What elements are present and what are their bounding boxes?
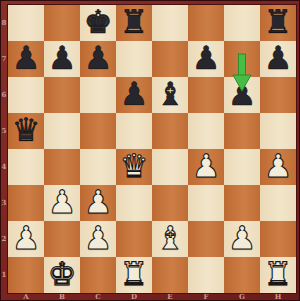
piece-white-king-b1[interactable]: ♚: [44, 257, 80, 293]
piece-white-bishop-e2[interactable]: ♝: [152, 221, 188, 257]
square-h3[interactable]: [260, 185, 296, 221]
file-label-h: H: [273, 293, 283, 301]
square-e1[interactable]: [152, 257, 188, 293]
square-g4[interactable]: [224, 149, 260, 185]
square-a6[interactable]: [8, 77, 44, 113]
square-b7[interactable]: ♟: [44, 41, 80, 77]
square-e2[interactable]: ♝: [152, 221, 188, 257]
rank-label-8: 8: [0, 19, 8, 27]
square-e7[interactable]: [152, 41, 188, 77]
piece-black-pawn-d6[interactable]: ♟: [116, 77, 152, 113]
square-h7[interactable]: ♟: [260, 41, 296, 77]
square-a8[interactable]: [8, 5, 44, 41]
square-f2[interactable]: [188, 221, 224, 257]
square-a4[interactable]: [8, 149, 44, 185]
rank-label-7: 7: [0, 55, 8, 63]
square-d6[interactable]: ♟: [116, 77, 152, 113]
chess-board: ♚♜♜♟♟♟♟♟♟♝♟♛♛♟♟♟♟♟♟♝♟♚♜♜: [8, 5, 296, 293]
file-label-g: G: [237, 293, 247, 301]
piece-black-pawn-b7[interactable]: ♟: [44, 41, 80, 77]
square-d4[interactable]: ♛: [116, 149, 152, 185]
square-c4[interactable]: [80, 149, 116, 185]
square-c7[interactable]: ♟: [80, 41, 116, 77]
square-b8[interactable]: [44, 5, 80, 41]
square-h1[interactable]: ♜: [260, 257, 296, 293]
square-g6[interactable]: ♟: [224, 77, 260, 113]
rank-label-5: 5: [0, 127, 8, 135]
square-d5[interactable]: [116, 113, 152, 149]
square-a3[interactable]: [8, 185, 44, 221]
square-f3[interactable]: [188, 185, 224, 221]
square-b3[interactable]: ♟: [44, 185, 80, 221]
square-d3[interactable]: [116, 185, 152, 221]
square-a1[interactable]: [8, 257, 44, 293]
square-b4[interactable]: [44, 149, 80, 185]
square-f5[interactable]: [188, 113, 224, 149]
square-h6[interactable]: [260, 77, 296, 113]
square-e4[interactable]: [152, 149, 188, 185]
square-a5[interactable]: ♛: [8, 113, 44, 149]
square-c2[interactable]: ♟: [80, 221, 116, 257]
piece-white-pawn-g2[interactable]: ♟: [224, 221, 260, 257]
square-e3[interactable]: [152, 185, 188, 221]
file-label-f: F: [201, 293, 211, 301]
piece-white-pawn-b3[interactable]: ♟: [44, 185, 80, 221]
square-c3[interactable]: ♟: [80, 185, 116, 221]
square-a2[interactable]: ♟: [8, 221, 44, 257]
square-c6[interactable]: [80, 77, 116, 113]
rank-label-3: 3: [0, 199, 8, 207]
board-frame: ♚♜♜♟♟♟♟♟♟♝♟♛♛♟♟♟♟♟♟♝♟♚♜♜ 87654321ABCDEFG…: [0, 0, 300, 301]
square-g2[interactable]: ♟: [224, 221, 260, 257]
square-f8[interactable]: [188, 5, 224, 41]
rank-label-6: 6: [0, 91, 8, 99]
square-b5[interactable]: [44, 113, 80, 149]
square-h2[interactable]: [260, 221, 296, 257]
piece-black-rook-d8[interactable]: ♜: [116, 5, 152, 41]
square-b6[interactable]: [44, 77, 80, 113]
file-label-c: C: [93, 293, 103, 301]
piece-black-pawn-c7[interactable]: ♟: [80, 41, 116, 77]
file-label-b: B: [57, 293, 67, 301]
square-e8[interactable]: [152, 5, 188, 41]
square-h8[interactable]: ♜: [260, 5, 296, 41]
square-h5[interactable]: [260, 113, 296, 149]
rank-label-1: 1: [0, 271, 8, 279]
piece-black-pawn-h7[interactable]: ♟: [260, 41, 296, 77]
piece-white-pawn-h4[interactable]: ♟: [260, 149, 296, 185]
square-e6[interactable]: ♝: [152, 77, 188, 113]
square-e5[interactable]: [152, 113, 188, 149]
piece-white-pawn-c3[interactable]: ♟: [80, 185, 116, 221]
file-label-a: A: [21, 293, 31, 301]
piece-black-bishop-e6[interactable]: ♝: [152, 77, 188, 113]
rank-label-2: 2: [0, 235, 8, 243]
file-label-e: E: [165, 293, 175, 301]
piece-white-pawn-f4[interactable]: ♟: [188, 149, 224, 185]
square-g7[interactable]: [224, 41, 260, 77]
square-c1[interactable]: [80, 257, 116, 293]
square-c8[interactable]: ♚: [80, 5, 116, 41]
square-a7[interactable]: ♟: [8, 41, 44, 77]
square-b2[interactable]: [44, 221, 80, 257]
piece-black-queen-a5[interactable]: ♛: [8, 113, 44, 149]
square-d1[interactable]: ♜: [116, 257, 152, 293]
square-b1[interactable]: ♚: [44, 257, 80, 293]
piece-white-rook-d1[interactable]: ♜: [116, 257, 152, 293]
piece-black-rook-h8[interactable]: ♜: [260, 5, 296, 41]
piece-black-king-c8[interactable]: ♚: [80, 5, 116, 41]
square-g8[interactable]: [224, 5, 260, 41]
square-f6[interactable]: [188, 77, 224, 113]
piece-black-pawn-f7[interactable]: ♟: [188, 41, 224, 77]
square-g1[interactable]: [224, 257, 260, 293]
piece-black-pawn-a7[interactable]: ♟: [8, 41, 44, 77]
file-label-d: D: [129, 293, 139, 301]
square-c5[interactable]: [80, 113, 116, 149]
piece-white-rook-h1[interactable]: ♜: [260, 257, 296, 293]
square-g3[interactable]: [224, 185, 260, 221]
square-f7[interactable]: ♟: [188, 41, 224, 77]
piece-black-pawn-g6[interactable]: ♟: [224, 77, 260, 113]
piece-white-pawn-a2[interactable]: ♟: [8, 221, 44, 257]
square-h4[interactable]: ♟: [260, 149, 296, 185]
square-g5[interactable]: [224, 113, 260, 149]
square-f1[interactable]: [188, 257, 224, 293]
piece-white-queen-d4[interactable]: ♛: [116, 149, 152, 185]
piece-white-pawn-c2[interactable]: ♟: [80, 221, 116, 257]
square-d7[interactable]: [116, 41, 152, 77]
square-d8[interactable]: ♜: [116, 5, 152, 41]
square-d2[interactable]: [116, 221, 152, 257]
rank-label-4: 4: [0, 163, 8, 171]
square-f4[interactable]: ♟: [188, 149, 224, 185]
